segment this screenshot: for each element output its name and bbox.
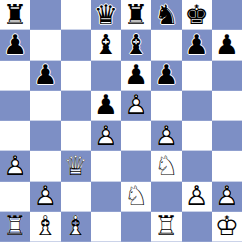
square-c5[interactable] (61, 91, 91, 121)
square-d1[interactable] (91, 212, 121, 242)
square-d7[interactable]: ♝ (91, 30, 121, 60)
white-pawn: ♟♙ (182, 182, 212, 212)
square-a5[interactable] (0, 91, 30, 121)
square-g1[interactable] (182, 212, 212, 242)
square-b5[interactable] (30, 91, 60, 121)
square-f4[interactable]: ♟♙ (151, 121, 181, 151)
square-g6[interactable] (182, 61, 212, 91)
square-f6[interactable]: ♟ (151, 61, 181, 91)
square-a3[interactable]: ♟♙ (0, 151, 30, 181)
black-pawn: ♟ (121, 61, 151, 91)
square-f3[interactable]: ♞♘ (151, 151, 181, 181)
square-h4[interactable] (212, 121, 242, 151)
black-king: ♚ (182, 0, 212, 30)
square-e6[interactable]: ♟ (121, 61, 151, 91)
square-c7[interactable] (61, 30, 91, 60)
white-rook: ♜♖ (151, 212, 181, 242)
black-pawn: ♟ (182, 30, 212, 60)
white-knight: ♞♘ (121, 182, 151, 212)
black-rook: ♜ (0, 0, 30, 30)
square-d8[interactable]: ♛ (91, 0, 121, 30)
square-h7[interactable]: ♟ (212, 30, 242, 60)
square-b7[interactable] (30, 30, 60, 60)
square-g7[interactable]: ♟ (182, 30, 212, 60)
square-d5[interactable]: ♟ (91, 91, 121, 121)
square-g4[interactable] (182, 121, 212, 151)
square-a7[interactable]: ♟ (0, 30, 30, 60)
black-pawn: ♟ (30, 61, 60, 91)
white-king: ♚♔ (212, 212, 242, 242)
square-h8[interactable] (212, 0, 242, 30)
square-f2[interactable] (151, 182, 181, 212)
square-c1[interactable]: ♝♗ (61, 212, 91, 242)
black-pawn: ♟ (91, 91, 121, 121)
white-bishop: ♝♗ (30, 212, 60, 242)
square-c2[interactable] (61, 182, 91, 212)
square-g2[interactable]: ♟♙ (182, 182, 212, 212)
square-f5[interactable] (151, 91, 181, 121)
white-pawn: ♟♙ (212, 182, 242, 212)
square-a2[interactable] (0, 182, 30, 212)
square-b1[interactable]: ♝♗ (30, 212, 60, 242)
square-f8[interactable]: ♞ (151, 0, 181, 30)
white-bishop: ♝♗ (61, 212, 91, 242)
black-bishop: ♝ (91, 30, 121, 60)
square-d3[interactable] (91, 151, 121, 181)
white-pawn: ♟♙ (91, 121, 121, 151)
square-b2[interactable]: ♟♙ (30, 182, 60, 212)
white-queen: ♛♕ (61, 151, 91, 181)
square-d6[interactable] (91, 61, 121, 91)
white-pawn: ♟♙ (30, 182, 60, 212)
square-b3[interactable] (30, 151, 60, 181)
white-pawn: ♟♙ (121, 91, 151, 121)
square-e7[interactable]: ♝ (121, 30, 151, 60)
square-c6[interactable] (61, 61, 91, 91)
square-e5[interactable]: ♟♙ (121, 91, 151, 121)
square-h3[interactable] (212, 151, 242, 181)
square-f7[interactable] (151, 30, 181, 60)
chess-board: ♜♛♜♞♚♟♝♝♟♟♟♟♟♟♟♙♟♙♟♙♟♙♛♕♞♘♟♙♞♘♟♙♟♙♜♖♝♗♝♗… (0, 0, 242, 242)
square-b8[interactable] (30, 0, 60, 30)
square-c3[interactable]: ♛♕ (61, 151, 91, 181)
white-pawn: ♟♙ (0, 151, 30, 181)
black-pawn: ♟ (0, 30, 30, 60)
square-c4[interactable] (61, 121, 91, 151)
white-rook: ♜♖ (0, 212, 30, 242)
square-a6[interactable] (0, 61, 30, 91)
square-e8[interactable]: ♜ (121, 0, 151, 30)
square-e2[interactable]: ♞♘ (121, 182, 151, 212)
black-knight: ♞ (151, 0, 181, 30)
white-pawn: ♟♙ (151, 121, 181, 151)
square-e1[interactable] (121, 212, 151, 242)
square-b6[interactable]: ♟ (30, 61, 60, 91)
square-h6[interactable] (212, 61, 242, 91)
square-c8[interactable] (61, 0, 91, 30)
square-b4[interactable] (30, 121, 60, 151)
square-d2[interactable] (91, 182, 121, 212)
white-knight: ♞♘ (151, 151, 181, 181)
square-h2[interactable]: ♟♙ (212, 182, 242, 212)
square-d4[interactable]: ♟♙ (91, 121, 121, 151)
black-pawn: ♟ (151, 61, 181, 91)
square-a1[interactable]: ♜♖ (0, 212, 30, 242)
black-queen: ♛ (91, 0, 121, 30)
square-a4[interactable] (0, 121, 30, 151)
square-g5[interactable] (182, 91, 212, 121)
square-a8[interactable]: ♜ (0, 0, 30, 30)
square-e4[interactable] (121, 121, 151, 151)
square-h5[interactable] (212, 91, 242, 121)
square-f1[interactable]: ♜♖ (151, 212, 181, 242)
square-g3[interactable] (182, 151, 212, 181)
black-bishop: ♝ (121, 30, 151, 60)
black-pawn: ♟ (212, 30, 242, 60)
square-e3[interactable] (121, 151, 151, 181)
square-h1[interactable]: ♚♔ (212, 212, 242, 242)
black-rook: ♜ (121, 0, 151, 30)
square-g8[interactable]: ♚ (182, 0, 212, 30)
